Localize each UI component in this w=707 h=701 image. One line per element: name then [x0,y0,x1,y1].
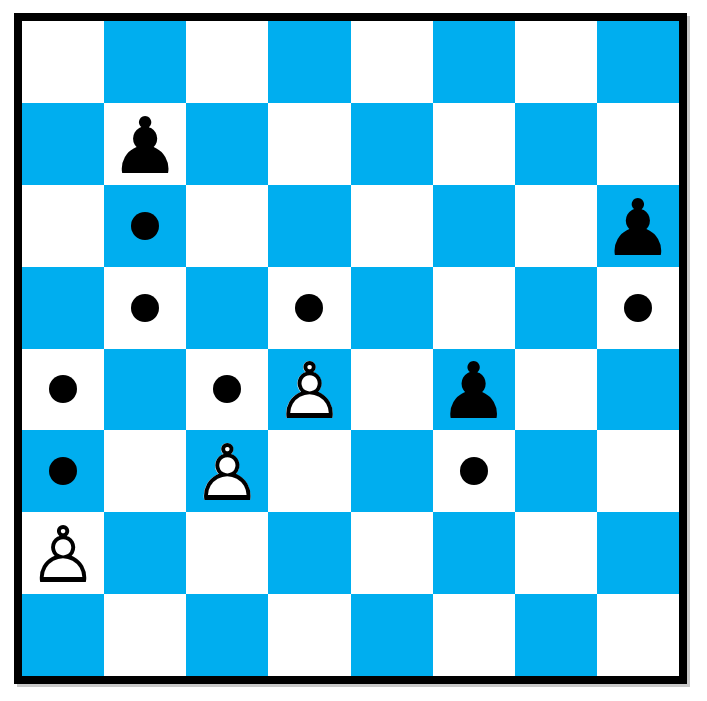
square-e7[interactable] [351,103,433,185]
square-f1[interactable] [433,594,515,676]
square-d2[interactable] [268,512,350,594]
square-d1[interactable] [268,594,350,676]
board-frame: ♟♟♟♙♟♟♙♟♙ [14,13,687,684]
square-f4[interactable]: ♟ [433,349,515,431]
square-e8[interactable] [351,21,433,103]
square-b3[interactable] [104,430,186,512]
square-c1[interactable] [186,594,268,676]
square-c4[interactable] [186,349,268,431]
square-b7[interactable]: ♟ [104,103,186,185]
square-d7[interactable] [268,103,350,185]
square-f6[interactable] [433,185,515,267]
move-dot-b6 [131,212,159,240]
square-f3[interactable] [433,430,515,512]
square-e6[interactable] [351,185,433,267]
square-f5[interactable] [433,267,515,349]
move-dot-b5 [131,294,159,322]
square-a5[interactable] [22,267,104,349]
square-c2[interactable] [186,512,268,594]
square-e1[interactable] [351,594,433,676]
square-b1[interactable] [104,594,186,676]
square-a2[interactable]: ♟♙ [22,512,104,594]
black-pawn-h6[interactable]: ♟ [597,187,679,269]
square-d6[interactable] [268,185,350,267]
square-c8[interactable] [186,21,268,103]
square-e4[interactable] [351,349,433,431]
square-g8[interactable] [515,21,597,103]
white-pawn-d4[interactable]: ♟♙ [268,351,350,433]
square-h1[interactable] [597,594,679,676]
square-d3[interactable] [268,430,350,512]
square-g1[interactable] [515,594,597,676]
square-g4[interactable] [515,349,597,431]
white-pawn-outline-glyph: ♙ [22,514,104,596]
square-h8[interactable] [597,21,679,103]
square-h6[interactable]: ♟ [597,185,679,267]
square-h3[interactable] [597,430,679,512]
move-dot-c4 [213,375,241,403]
square-h4[interactable] [597,349,679,431]
square-f7[interactable] [433,103,515,185]
square-a3[interactable] [22,430,104,512]
square-g2[interactable] [515,512,597,594]
square-g5[interactable] [515,267,597,349]
square-b4[interactable] [104,349,186,431]
square-c3[interactable]: ♟♙ [186,430,268,512]
square-d8[interactable] [268,21,350,103]
black-pawn-b7[interactable]: ♟ [104,105,186,187]
black-pawn-f4[interactable]: ♟ [433,351,515,433]
square-g3[interactable] [515,430,597,512]
square-c6[interactable] [186,185,268,267]
white-pawn-outline-glyph: ♙ [186,432,268,514]
square-h2[interactable] [597,512,679,594]
square-b5[interactable] [104,267,186,349]
square-a8[interactable] [22,21,104,103]
square-a1[interactable] [22,594,104,676]
move-dot-a3 [49,457,77,485]
square-e2[interactable] [351,512,433,594]
chess-board: ♟♟♟♙♟♟♙♟♙ [22,21,679,676]
square-c5[interactable] [186,267,268,349]
white-pawn-outline-glyph: ♙ [268,351,350,433]
square-f8[interactable] [433,21,515,103]
square-d4[interactable]: ♟♙ [268,349,350,431]
square-g6[interactable] [515,185,597,267]
square-e5[interactable] [351,267,433,349]
page: ♟♟♟♙♟♟♙♟♙ [0,0,707,701]
square-b2[interactable] [104,512,186,594]
square-h5[interactable] [597,267,679,349]
move-dot-a4 [49,375,77,403]
move-dot-h5 [624,294,652,322]
square-b6[interactable] [104,185,186,267]
square-a6[interactable] [22,185,104,267]
square-g7[interactable] [515,103,597,185]
square-a4[interactable] [22,349,104,431]
square-b8[interactable] [104,21,186,103]
white-pawn-a2[interactable]: ♟♙ [22,514,104,596]
square-h7[interactable] [597,103,679,185]
square-c7[interactable] [186,103,268,185]
white-pawn-c3[interactable]: ♟♙ [186,432,268,514]
move-dot-f3 [460,457,488,485]
square-f2[interactable] [433,512,515,594]
square-a7[interactable] [22,103,104,185]
move-dot-d5 [295,294,323,322]
square-e3[interactable] [351,430,433,512]
square-d5[interactable] [268,267,350,349]
